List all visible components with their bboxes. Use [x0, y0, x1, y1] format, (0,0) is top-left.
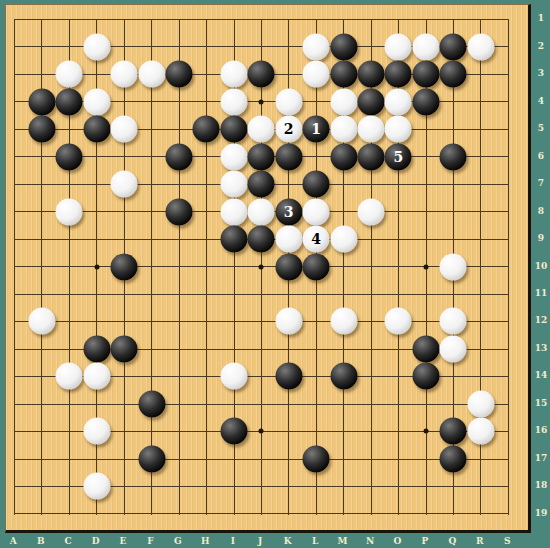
stone-white-E5[interactable] [111, 116, 138, 143]
stone-white-O12[interactable] [385, 308, 412, 335]
column-label-D: D [92, 536, 100, 546]
stone-black-I9[interactable] [220, 226, 247, 253]
column-label-L: L [312, 536, 318, 546]
stone-black-K10[interactable] [275, 253, 302, 280]
stone-white-N8[interactable] [358, 198, 385, 225]
stone-black-I5[interactable] [220, 116, 247, 143]
row-label-9: 9 [532, 233, 550, 243]
stone-black-J3[interactable] [248, 61, 275, 88]
stone-black-L5[interactable]: 1 [303, 116, 330, 143]
stone-black-K8[interactable]: 3 [275, 198, 302, 225]
stone-black-E10[interactable] [111, 253, 138, 280]
row-label-17: 17 [532, 453, 550, 463]
stone-white-K12[interactable] [275, 308, 302, 335]
column-label-P: P [422, 536, 429, 546]
stone-white-O2[interactable] [385, 33, 412, 60]
stone-white-J5[interactable] [248, 116, 275, 143]
stone-white-O5[interactable] [385, 116, 412, 143]
stone-white-O4[interactable] [385, 88, 412, 115]
stone-white-C3[interactable] [56, 61, 83, 88]
stone-black-G8[interactable] [165, 198, 192, 225]
star-point [94, 264, 99, 269]
stone-white-M5[interactable] [330, 116, 357, 143]
stone-black-O3[interactable] [385, 61, 412, 88]
stone-black-L17[interactable] [303, 445, 330, 472]
stone-black-P4[interactable] [412, 88, 439, 115]
column-label-F: F [147, 536, 153, 546]
stone-black-H5[interactable] [193, 116, 220, 143]
stone-black-N6[interactable] [358, 143, 385, 170]
stone-white-F3[interactable] [138, 61, 165, 88]
stone-white-L9[interactable]: 4 [303, 226, 330, 253]
stone-black-Q6[interactable] [440, 143, 467, 170]
row-label-6: 6 [532, 151, 550, 161]
stone-black-C6[interactable] [56, 143, 83, 170]
stone-white-I7[interactable] [220, 171, 247, 198]
row-label-11: 11 [532, 288, 550, 298]
star-point [259, 99, 264, 104]
move-label-4: 4 [311, 226, 321, 253]
row-label-2: 2 [532, 41, 550, 51]
row-label-3: 3 [532, 68, 550, 78]
stone-black-Q3[interactable] [440, 61, 467, 88]
star-point [259, 264, 264, 269]
stone-black-K6[interactable] [275, 143, 302, 170]
stone-black-Q2[interactable] [440, 33, 467, 60]
stone-white-D4[interactable] [83, 88, 110, 115]
stone-white-L3[interactable] [303, 61, 330, 88]
row-label-16: 16 [532, 425, 550, 435]
stone-white-I3[interactable] [220, 61, 247, 88]
stone-black-M6[interactable] [330, 143, 357, 170]
stone-black-I16[interactable] [220, 418, 247, 445]
stone-black-B4[interactable] [28, 88, 55, 115]
stone-white-R16[interactable] [467, 418, 494, 445]
stone-black-K14[interactable] [275, 363, 302, 390]
stone-black-P14[interactable] [412, 363, 439, 390]
stone-black-J6[interactable] [248, 143, 275, 170]
stone-white-I4[interactable] [220, 88, 247, 115]
column-label-Q: Q [448, 536, 456, 546]
row-label-18: 18 [532, 480, 550, 490]
row-label-5: 5 [532, 123, 550, 133]
stone-black-M14[interactable] [330, 363, 357, 390]
stone-white-K9[interactable] [275, 226, 302, 253]
column-label-J: J [258, 536, 262, 546]
star-point [259, 429, 264, 434]
stone-black-Q17[interactable] [440, 445, 467, 472]
stone-black-N4[interactable] [358, 88, 385, 115]
column-label-B: B [37, 536, 45, 546]
stone-white-M4[interactable] [330, 88, 357, 115]
row-label-10: 10 [532, 261, 550, 271]
stone-white-Q12[interactable] [440, 308, 467, 335]
column-label-M: M [338, 536, 348, 546]
stone-black-M3[interactable] [330, 61, 357, 88]
stone-white-R2[interactable] [467, 33, 494, 60]
stone-black-L10[interactable] [303, 253, 330, 280]
stone-black-E13[interactable] [111, 335, 138, 362]
stone-black-D5[interactable] [83, 116, 110, 143]
star-point [423, 264, 428, 269]
stone-white-K4[interactable] [275, 88, 302, 115]
stone-white-M12[interactable] [330, 308, 357, 335]
row-label-15: 15 [532, 398, 550, 408]
column-label-S: S [504, 536, 511, 546]
stone-white-K5[interactable]: 2 [275, 116, 302, 143]
column-label-I: I [231, 536, 235, 546]
stone-white-M9[interactable] [330, 226, 357, 253]
stone-white-D14[interactable] [83, 363, 110, 390]
column-label-A: A [10, 536, 17, 546]
stone-white-J8[interactable] [248, 198, 275, 225]
stone-black-L7[interactable] [303, 171, 330, 198]
stone-white-C8[interactable] [56, 198, 83, 225]
column-label-O: O [394, 536, 402, 546]
stone-white-C14[interactable] [56, 363, 83, 390]
star-point [423, 429, 428, 434]
stone-black-D13[interactable] [83, 335, 110, 362]
stone-white-Q13[interactable] [440, 335, 467, 362]
stone-black-Q16[interactable] [440, 418, 467, 445]
stone-black-P13[interactable] [412, 335, 439, 362]
row-label-19: 19 [532, 508, 550, 518]
stone-white-I8[interactable] [220, 198, 247, 225]
stone-white-D18[interactable] [83, 473, 110, 500]
move-label-5: 5 [394, 143, 404, 170]
stone-white-D2[interactable] [83, 33, 110, 60]
stone-black-F17[interactable] [138, 445, 165, 472]
stone-white-B12[interactable] [28, 308, 55, 335]
stone-white-L8[interactable] [303, 198, 330, 225]
stone-black-O6[interactable]: 5 [385, 143, 412, 170]
column-label-R: R [476, 536, 483, 546]
row-label-14: 14 [532, 370, 550, 380]
column-label-K: K [284, 536, 292, 546]
column-label-H: H [201, 536, 210, 546]
column-label-E: E [120, 536, 127, 546]
go-board[interactable]: 21534 [5, 4, 531, 533]
row-label-13: 13 [532, 343, 550, 353]
stone-black-M2[interactable] [330, 33, 357, 60]
column-label-C: C [65, 536, 72, 546]
stone-white-I14[interactable] [220, 363, 247, 390]
stone-black-G6[interactable] [165, 143, 192, 170]
stone-white-R15[interactable] [467, 390, 494, 417]
stone-black-J7[interactable] [248, 171, 275, 198]
stone-white-D16[interactable] [83, 418, 110, 445]
stone-black-N3[interactable] [358, 61, 385, 88]
stone-white-E7[interactable] [111, 171, 138, 198]
stone-white-P2[interactable] [412, 33, 439, 60]
column-label-N: N [366, 536, 374, 546]
move-label-2: 2 [284, 116, 294, 143]
move-label-3: 3 [284, 198, 294, 225]
stone-white-N5[interactable] [358, 116, 385, 143]
move-label-1: 1 [311, 116, 321, 143]
column-label-G: G [174, 536, 182, 546]
stone-white-I6[interactable] [220, 143, 247, 170]
stone-black-J9[interactable] [248, 226, 275, 253]
stone-black-G3[interactable] [165, 61, 192, 88]
row-label-4: 4 [532, 96, 550, 106]
row-label-8: 8 [532, 206, 550, 216]
stone-black-P3[interactable] [412, 61, 439, 88]
stone-white-Q10[interactable] [440, 253, 467, 280]
go-diagram: 21534 ABCDEFGHIJKLMNOPQRS123456789101112… [0, 0, 550, 548]
row-label-12: 12 [532, 315, 550, 325]
stone-white-E3[interactable] [111, 61, 138, 88]
stone-white-L2[interactable] [303, 33, 330, 60]
row-label-7: 7 [532, 178, 550, 188]
stone-black-B5[interactable] [28, 116, 55, 143]
row-label-1: 1 [532, 13, 550, 23]
stone-black-F15[interactable] [138, 390, 165, 417]
stone-black-C4[interactable] [56, 88, 83, 115]
